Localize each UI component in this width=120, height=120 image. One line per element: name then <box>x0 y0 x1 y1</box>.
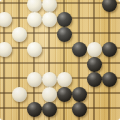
board-intersection[interactable] <box>57 72 72 87</box>
board-intersection[interactable] <box>27 42 42 57</box>
black-stone[interactable] <box>27 102 42 117</box>
black-stone[interactable] <box>57 27 72 42</box>
white-stone[interactable] <box>42 0 57 12</box>
board-intersection[interactable] <box>0 0 12 12</box>
board-intersection[interactable] <box>12 102 27 117</box>
board-intersection[interactable] <box>72 12 87 27</box>
white-stone[interactable] <box>27 12 42 27</box>
board-intersection[interactable] <box>87 102 102 117</box>
board-intersection[interactable] <box>87 0 102 12</box>
board-intersection[interactable] <box>12 42 27 57</box>
white-stone[interactable] <box>42 87 57 102</box>
board-intersection[interactable] <box>87 12 102 27</box>
board-intersection[interactable] <box>12 87 27 102</box>
board-intersection[interactable] <box>57 0 72 12</box>
board-intersection[interactable] <box>12 72 27 87</box>
board-intersection[interactable] <box>87 57 102 72</box>
white-stone[interactable] <box>27 42 42 57</box>
board-intersection[interactable] <box>72 72 87 87</box>
board-intersection[interactable] <box>102 42 117 57</box>
board-intersection[interactable] <box>42 42 57 57</box>
board-intersection[interactable] <box>57 87 72 102</box>
board-intersection[interactable] <box>87 87 102 102</box>
board-intersection[interactable] <box>12 27 27 42</box>
board-intersection[interactable] <box>72 57 87 72</box>
board-intersection[interactable] <box>12 57 27 72</box>
board-intersection[interactable] <box>42 57 57 72</box>
board-intersection[interactable] <box>72 42 87 57</box>
black-stone[interactable] <box>57 87 72 102</box>
board-intersection[interactable] <box>0 27 12 42</box>
board-intersection[interactable] <box>42 102 57 117</box>
white-stone[interactable] <box>57 72 72 87</box>
board-intersection[interactable] <box>102 12 117 27</box>
board-intersection[interactable] <box>87 42 102 57</box>
black-stone[interactable] <box>57 12 72 27</box>
intersection-grid <box>0 0 117 117</box>
board-intersection[interactable] <box>57 27 72 42</box>
board-intersection[interactable] <box>57 102 72 117</box>
board-intersection[interactable] <box>87 72 102 87</box>
black-stone[interactable] <box>72 102 87 117</box>
white-stone[interactable] <box>27 72 42 87</box>
white-stone[interactable] <box>87 42 102 57</box>
board-intersection[interactable] <box>102 87 117 102</box>
board-intersection[interactable] <box>57 12 72 27</box>
board-intersection[interactable] <box>42 72 57 87</box>
black-stone[interactable] <box>87 57 102 72</box>
black-stone[interactable] <box>102 0 117 12</box>
board-intersection[interactable] <box>27 102 42 117</box>
board-intersection[interactable] <box>102 72 117 87</box>
board-intersection[interactable] <box>42 87 57 102</box>
black-stone[interactable] <box>42 102 57 117</box>
board-intersection[interactable] <box>0 87 12 102</box>
white-stone[interactable] <box>0 12 12 27</box>
board-intersection[interactable] <box>102 102 117 117</box>
black-stone[interactable] <box>87 72 102 87</box>
board-intersection[interactable] <box>57 57 72 72</box>
white-stone[interactable] <box>0 42 12 57</box>
board-intersection[interactable] <box>87 27 102 42</box>
white-stone[interactable] <box>42 12 57 27</box>
board-intersection[interactable] <box>27 0 42 12</box>
go-board <box>0 0 120 120</box>
board-intersection[interactable] <box>72 102 87 117</box>
board-intersection[interactable] <box>102 27 117 42</box>
white-stone[interactable] <box>12 87 27 102</box>
board-intersection[interactable] <box>102 57 117 72</box>
board-intersection[interactable] <box>0 57 12 72</box>
black-stone[interactable] <box>72 87 87 102</box>
board-intersection[interactable] <box>42 12 57 27</box>
board-intersection[interactable] <box>42 27 57 42</box>
board-intersection[interactable] <box>12 12 27 27</box>
black-stone[interactable] <box>102 72 117 87</box>
board-intersection[interactable] <box>102 0 117 12</box>
board-intersection[interactable] <box>57 42 72 57</box>
board-intersection[interactable] <box>72 0 87 12</box>
board-intersection[interactable] <box>27 57 42 72</box>
board-intersection[interactable] <box>72 27 87 42</box>
black-stone[interactable] <box>72 42 87 57</box>
white-stone[interactable] <box>42 72 57 87</box>
board-intersection[interactable] <box>12 0 27 12</box>
board-intersection[interactable] <box>27 27 42 42</box>
white-stone[interactable] <box>12 27 27 42</box>
board-intersection[interactable] <box>0 72 12 87</box>
black-stone[interactable] <box>102 42 117 57</box>
white-stone[interactable] <box>27 0 42 12</box>
board-intersection[interactable] <box>27 87 42 102</box>
board-intersection[interactable] <box>0 102 12 117</box>
board-intersection[interactable] <box>42 0 57 12</box>
board-intersection[interactable] <box>27 12 42 27</box>
board-intersection[interactable] <box>72 87 87 102</box>
board-intersection[interactable] <box>0 12 12 27</box>
board-intersection[interactable] <box>27 72 42 87</box>
board-intersection[interactable] <box>0 42 12 57</box>
